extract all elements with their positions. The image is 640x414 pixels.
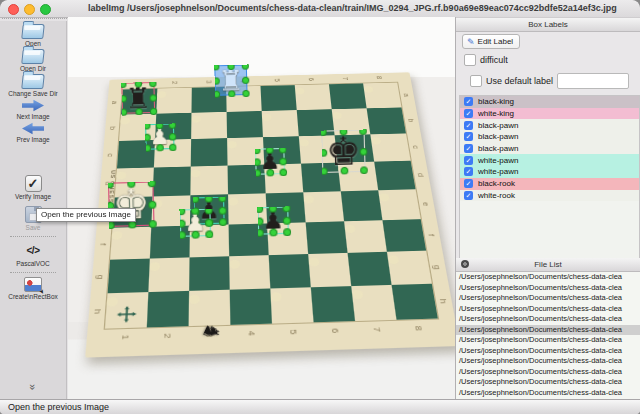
- file-list-header[interactable]: File List: [456, 258, 640, 272]
- file-row[interactable]: /Users/josephnelson/Documents/chess-data…: [456, 377, 640, 388]
- box-handle-dot[interactable]: [282, 217, 290, 225]
- annotation-box-black-pawn[interactable]: ♟: [254, 148, 284, 175]
- black-rook-piece: ♜: [121, 82, 155, 114]
- box-handle-dot[interactable]: [149, 80, 156, 87]
- box-handle-dot[interactable]: [120, 109, 127, 116]
- square-f5: ♟: [267, 227, 278, 236]
- coord-letter-left: a: [110, 99, 120, 105]
- square-f1: [112, 231, 123, 240]
- board-arrows-logo: [116, 306, 137, 323]
- box-handle-dot[interactable]: [204, 230, 212, 238]
- square-c8: [371, 137, 382, 144]
- annotation-box-black-pawn[interactable]: ♟: [257, 206, 288, 234]
- box-label-list[interactable]: ✓black-king✓white-king✓black-pawn✓black-…: [459, 95, 640, 261]
- edit-label-button[interactable]: ✎ Edit Label: [462, 34, 520, 49]
- black-king-piece: ♚: [321, 129, 366, 173]
- tool-label: Next Image: [16, 113, 49, 120]
- square-f7: [344, 225, 355, 234]
- difficult-label: difficult: [480, 55, 508, 65]
- tool-label: Create\nRectBox: [8, 293, 58, 300]
- coord-letter-right: e: [420, 201, 431, 208]
- tool-label: Change Save Dir: [8, 90, 58, 97]
- file-row[interactable]: /Users/josephnelson/Documents/chess-data…: [456, 283, 640, 294]
- box-handle-dot[interactable]: [242, 77, 249, 84]
- box-handle-dot[interactable]: [282, 228, 290, 236]
- file-row[interactable]: /Users/josephnelson/Documents/chess-data…: [456, 272, 640, 283]
- box-handle-dot[interactable]: [212, 77, 219, 84]
- chess-photo: US CHESS ♜♜♟♟♚♚♟♟♟ 11aa22bb33cc44dd55ee6…: [110, 76, 412, 396]
- verify-image-button[interactable]: ✓Verify Image: [1, 175, 65, 200]
- square-h6: [311, 286, 355, 322]
- coord-letter-left: b: [108, 125, 118, 131]
- label-text: white-rook: [478, 191, 515, 200]
- square-d2: [153, 167, 191, 197]
- square-f6: [306, 221, 348, 254]
- arrow-left-icon: [22, 122, 44, 135]
- coord-number-top: 5: [273, 77, 282, 83]
- square-b3: [191, 116, 200, 123]
- right-panel: Box Labels ✎ Edit Label difficult Use de…: [455, 17, 640, 399]
- annotation-box-white-pawn[interactable]: ♟: [179, 209, 210, 237]
- label-checkbox[interactable]: ✓: [464, 191, 473, 200]
- box-handle-dot[interactable]: [218, 207, 226, 215]
- labelimg-window: labelImg /Users/josephnelson/Documents/c…: [0, 0, 640, 414]
- square-d8: [374, 161, 415, 191]
- open-button[interactable]: Open: [1, 24, 65, 47]
- white-pawn-piece: ♟: [179, 209, 210, 237]
- box-handle-dot[interactable]: [254, 205, 262, 213]
- box-handle-dot[interactable]: [242, 90, 249, 97]
- tooltip: Open the previous Image: [36, 208, 136, 222]
- annotation-box-white-rook[interactable]: ♜: [214, 65, 248, 96]
- square-a8: [364, 86, 374, 93]
- square-g7: [348, 252, 392, 286]
- square-b4: [227, 111, 263, 138]
- box-handle-dot[interactable]: [219, 218, 227, 226]
- square-b8: [367, 107, 406, 134]
- label-checkbox[interactable]: ✓: [464, 179, 473, 188]
- box-handle-dot[interactable]: [177, 207, 185, 215]
- box-labels-header[interactable]: Box Labels: [456, 17, 640, 32]
- coord-letter-left: c: [105, 152, 115, 159]
- square-d3: [191, 170, 201, 178]
- coord-letter-right: f: [426, 231, 438, 239]
- check-icon: ✓: [25, 175, 42, 192]
- square-f3: ♟: [190, 229, 200, 238]
- coord-letter-left: g: [95, 273, 106, 281]
- white-pawn-piece: ♟: [145, 123, 174, 149]
- coord-letter-right: g: [431, 263, 443, 271]
- coord-letter-right: a: [401, 92, 411, 98]
- square-c2: ♟: [155, 143, 165, 150]
- square-h5: [270, 292, 281, 301]
- box-handle-dot[interactable]: [279, 169, 287, 177]
- box-handle-dot[interactable]: [168, 133, 176, 141]
- label-text: white-pawn: [478, 167, 518, 176]
- label-checkbox[interactable]: ✓: [464, 156, 473, 165]
- box-handle-dot[interactable]: [212, 63, 219, 70]
- coord-number-bottom: 5: [288, 328, 300, 337]
- box-handle-dot[interactable]: [269, 204, 277, 212]
- box-handle-dot[interactable]: [278, 158, 286, 166]
- label-row-white-king[interactable]: ✓white-king: [460, 108, 639, 120]
- label-text: black-pawn: [478, 121, 518, 130]
- square-g1: [108, 259, 150, 294]
- box-handle-dot[interactable]: [359, 147, 367, 155]
- box-handle-dot[interactable]: [340, 167, 348, 175]
- next-image-button[interactable]: Next Image: [1, 99, 65, 120]
- file-row[interactable]: /Users/josephnelson/Documents/chess-data…: [456, 367, 640, 378]
- file-row[interactable]: /Users/josephnelson/Documents/chess-data…: [456, 335, 640, 346]
- label-text: white-pawn: [478, 156, 518, 165]
- folder-icon: [21, 74, 45, 89]
- annotation-box-white-pawn[interactable]: ♟: [145, 123, 174, 149]
- box-handle-dot[interactable]: [150, 94, 157, 101]
- prev-image-button[interactable]: Prev Image: [1, 122, 65, 143]
- label-row-white-pawn[interactable]: ✓white-pawn: [460, 154, 639, 166]
- folder-icon: [21, 49, 45, 64]
- square-a1: ♜: [121, 89, 157, 115]
- file-row[interactable]: /Users/josephnelson/Documents/chess-data…: [456, 356, 640, 367]
- square-b7: [332, 112, 342, 119]
- square-a5: [260, 85, 296, 111]
- tool-label: Prev Image: [16, 136, 49, 143]
- square-c4: [227, 141, 237, 148]
- code-icon: </>: [27, 241, 40, 259]
- pascalvoc-button[interactable]: </>PascalVOC: [10, 236, 56, 267]
- edit-label-text: Edit Label: [478, 37, 514, 46]
- box-handle-dot[interactable]: [142, 122, 150, 130]
- zoom-window-button[interactable]: [40, 4, 51, 15]
- coord-letter-right: h: [437, 297, 449, 306]
- white-rook-piece: ♜: [214, 65, 248, 96]
- box-handle-dot[interactable]: [255, 217, 263, 225]
- coord-letter-left: f: [98, 240, 109, 248]
- coord-number-bottom: 2: [162, 331, 173, 340]
- label-text: white-king: [478, 109, 514, 118]
- coord-letter-left: h: [92, 307, 104, 316]
- coord-number-bottom: 4: [246, 329, 257, 338]
- use-default-label-text: Use default label: [486, 76, 553, 86]
- box-handle-dot[interactable]: [266, 146, 274, 154]
- dock-float-icon[interactable]: [461, 260, 469, 268]
- folder-icon: [21, 24, 45, 39]
- box-handle-dot[interactable]: [156, 144, 164, 152]
- box-handle-dot[interactable]: [149, 200, 157, 208]
- file-row[interactable]: /Users/josephnelson/Documents/chess-data…: [456, 304, 640, 315]
- box-handle-dot[interactable]: [204, 219, 212, 227]
- tool-label: Verify Image: [15, 193, 51, 200]
- label-checkbox[interactable]: ✓: [464, 121, 473, 130]
- black-pawn-piece: ♟: [257, 206, 288, 234]
- box-handle-dot[interactable]: [135, 108, 142, 115]
- box-handle-dot[interactable]: [278, 146, 286, 154]
- box-handle-dot[interactable]: [227, 63, 234, 70]
- box-handle-dot[interactable]: [168, 121, 176, 129]
- label-checkbox[interactable]: ✓: [464, 167, 473, 176]
- change-save-dir-button[interactable]: Change Save Dir: [1, 74, 65, 97]
- open-dir-button[interactable]: Open Dir: [1, 49, 65, 72]
- box-handle-dot[interactable]: [360, 166, 368, 174]
- box-handle-dot[interactable]: [177, 220, 185, 228]
- default-label-input[interactable]: [557, 73, 629, 89]
- tool-label: Save: [26, 224, 41, 231]
- box-handle-dot[interactable]: [252, 146, 260, 154]
- box-handle-dot[interactable]: [156, 122, 164, 130]
- label-checkbox[interactable]: ✓: [464, 144, 473, 153]
- close-window-button[interactable]: [8, 4, 19, 15]
- annotation-box-black-rook[interactable]: ♜: [121, 82, 155, 114]
- label-row-black-king[interactable]: ✓black-king: [460, 96, 639, 108]
- file-list[interactable]: /Users/josephnelson/Documents/chess-data…: [456, 272, 640, 399]
- title-bar[interactable]: labelImg /Users/josephnelson/Documents/c…: [0, 0, 640, 18]
- square-a7: [329, 83, 367, 109]
- square-d5: ♟: [264, 168, 274, 176]
- box-handle-dot[interactable]: [282, 204, 290, 212]
- coord-number-bottom: 7: [371, 325, 383, 334]
- box-handle-dot[interactable]: [143, 134, 151, 142]
- chess-board-grid: ♜♜♟♟♚♚♟♟♟: [105, 83, 438, 329]
- square-g6: [308, 258, 319, 267]
- black-pawn-piece: ♟: [254, 148, 284, 175]
- label-text: black-pawn: [478, 132, 518, 141]
- status-bar: Open the previous Image: [0, 399, 640, 414]
- file-row[interactable]: /Users/josephnelson/Documents/chess-data…: [456, 346, 640, 357]
- square-b1: [120, 117, 130, 124]
- square-g5: [269, 254, 311, 288]
- square-b5: [262, 114, 272, 121]
- more-tools-chevron-icon[interactable]: »: [27, 384, 39, 390]
- tool-label: PascalVOC: [16, 260, 50, 267]
- window-title: labelImg /Users/josephnelson/Documents/c…: [88, 3, 628, 13]
- label-text: black-rook: [478, 179, 515, 188]
- box-handle-dot[interactable]: [252, 158, 260, 166]
- square-g2: [149, 262, 160, 271]
- coord-number-bottom: 1: [119, 333, 131, 342]
- box-handle-dot[interactable]: [318, 128, 326, 136]
- box-handle-dot[interactable]: [266, 169, 274, 177]
- coord-number-top: 2: [170, 80, 179, 86]
- file-row[interactable]: /Users/josephnelson/Documents/chess-data…: [456, 293, 640, 304]
- square-a2: [157, 91, 166, 98]
- square-d1: [116, 172, 126, 180]
- box-handle-dot[interactable]: [359, 127, 367, 135]
- square-h3: [189, 295, 200, 305]
- label-row-white-rook[interactable]: ✓white-rook: [460, 190, 639, 202]
- square-e6: [304, 195, 315, 203]
- minimize-window-button[interactable]: [24, 4, 35, 15]
- box-handle-dot[interactable]: [204, 206, 212, 214]
- coord-number-bottom: 8: [412, 324, 424, 333]
- square-e8: [379, 193, 390, 201]
- square-g4: [229, 260, 240, 269]
- square-a6: [295, 88, 305, 95]
- label-row-black-pawn[interactable]: ✓black-pawn: [460, 131, 639, 143]
- square-h2: [147, 291, 189, 328]
- square-g3: [189, 256, 230, 291]
- square-h1: [107, 297, 119, 307]
- label-row-black-pawn[interactable]: ✓black-pawn: [460, 143, 639, 155]
- coord-number-bottom: 6: [329, 326, 341, 335]
- label-checkbox[interactable]: ✓: [464, 109, 473, 118]
- box-handle-dot[interactable]: [191, 207, 199, 215]
- coord-number-top: 6: [307, 76, 317, 82]
- chess-board: US CHESS ♜♜♟♟♚♚♟♟♟ 11aa22bb33cc44dd55ee6…: [85, 72, 455, 357]
- label-row-black-rook[interactable]: ✓black-rook: [460, 178, 639, 190]
- square-f8: [382, 219, 426, 252]
- box-handle-dot[interactable]: [319, 148, 327, 156]
- square-c6: [299, 139, 309, 146]
- file-row[interactable]: /Users/josephnelson/Documents/chess-data…: [456, 314, 640, 325]
- file-row[interactable]: /Users/josephnelson/Documents/chess-data…: [456, 325, 640, 336]
- use-default-label-checkbox[interactable]: [470, 75, 482, 87]
- difficult-checkbox[interactable]: [464, 54, 476, 66]
- label-text: black-pawn: [478, 144, 518, 153]
- square-a4: ♜: [226, 90, 235, 97]
- square-e4: [228, 198, 238, 206]
- label-text: black-king: [478, 97, 514, 106]
- coord-letter-right: d: [415, 172, 426, 179]
- coord-letter-right: b: [406, 117, 416, 123]
- coord-number-top: 7: [341, 76, 351, 82]
- box-handle-dot[interactable]: [228, 90, 235, 97]
- file-list-title: File List: [534, 260, 562, 269]
- annotation-box-black-king[interactable]: ♚: [321, 129, 366, 173]
- box-handle-dot[interactable]: [191, 231, 199, 239]
- box-handle-dot[interactable]: [107, 221, 115, 229]
- square-h8: [392, 284, 438, 320]
- label-row-white-pawn[interactable]: ✓white-pawn: [460, 166, 639, 178]
- square-h4: [230, 288, 272, 324]
- square-e7: [341, 190, 383, 221]
- coord-letter-right: c: [410, 144, 421, 151]
- pencil-icon: ✎: [467, 37, 475, 47]
- coord-number-top: 8: [374, 75, 384, 81]
- box-handle-dot[interactable]: [218, 194, 226, 202]
- box-handle-dot[interactable]: [269, 228, 277, 236]
- image-icon: [24, 277, 42, 292]
- square-d7: ♚: [338, 166, 349, 174]
- arrow-right-icon: [22, 99, 44, 112]
- create-nrectbox-button[interactable]: Create\nRectBox: [10, 272, 56, 300]
- square-c3: [191, 138, 228, 166]
- square-h7: [352, 290, 364, 299]
- piece-glyph: ♚: [325, 132, 361, 172]
- label-checkbox[interactable]: ✓: [464, 97, 473, 106]
- file-row[interactable]: /Users/josephnelson/Documents/chess-data…: [456, 388, 640, 399]
- label-checkbox[interactable]: ✓: [464, 132, 473, 141]
- box-handle-dot[interactable]: [168, 144, 176, 152]
- box-handle-dot[interactable]: [339, 128, 347, 136]
- box-handle-dot[interactable]: [241, 62, 248, 69]
- square-g8: [387, 255, 399, 264]
- label-row-black-pawn[interactable]: ✓black-pawn: [460, 119, 639, 131]
